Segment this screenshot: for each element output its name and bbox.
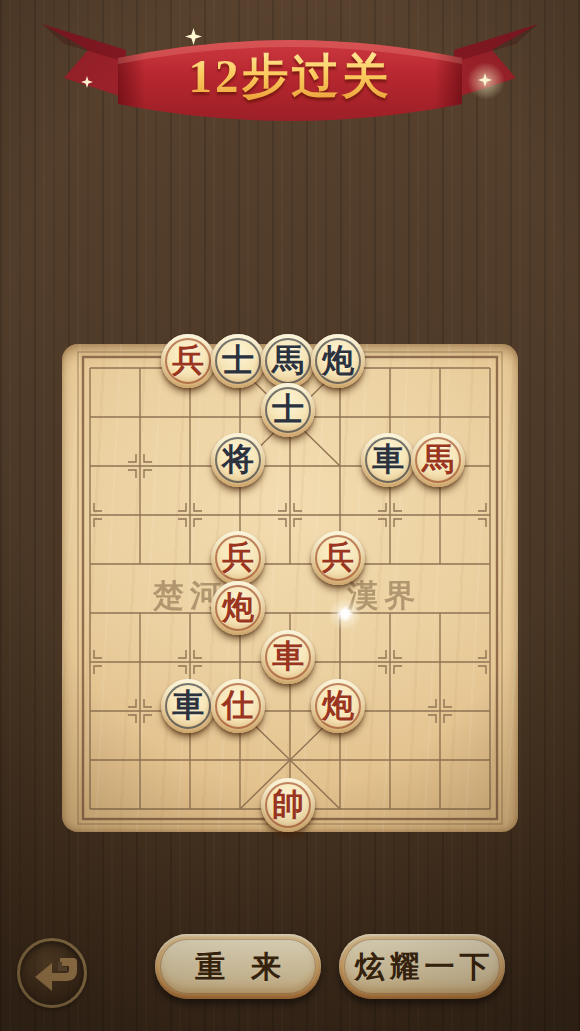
point-marker [144, 715, 152, 723]
point-marker [428, 699, 436, 707]
point-marker [94, 666, 102, 674]
point-marker [394, 503, 402, 511]
piece-red-cannon[interactable]: 炮 [211, 581, 265, 635]
piece-red-soldier[interactable]: 兵 [311, 531, 365, 585]
piece-glyph: 車 [372, 443, 404, 475]
point-marker [128, 454, 136, 462]
piece-glyph: 兵 [222, 541, 254, 573]
piece-black-advisor[interactable]: 士 [211, 334, 265, 388]
piece-glyph: 馬 [422, 443, 454, 475]
point-marker [294, 519, 302, 527]
back-arrow-icon [29, 950, 81, 1002]
piece-glyph: 仕 [222, 689, 254, 721]
point-marker [144, 454, 152, 462]
point-marker [94, 650, 102, 658]
river-label-right: 漢界 [346, 578, 421, 613]
piece-red-cannon[interactable]: 炮 [311, 679, 365, 733]
point-marker [278, 503, 286, 511]
point-marker [128, 470, 136, 478]
piece-glyph: 車 [272, 640, 304, 672]
point-marker [478, 503, 486, 511]
point-marker [178, 503, 186, 511]
point-marker [144, 699, 152, 707]
point-marker [194, 666, 202, 674]
point-marker [178, 666, 186, 674]
piece-red-general[interactable]: 帥 [261, 778, 315, 832]
piece-glyph: 士 [272, 393, 304, 425]
point-marker [94, 519, 102, 527]
piece-glyph: 炮 [222, 591, 254, 623]
point-marker [178, 519, 186, 527]
point-marker [378, 503, 386, 511]
piece-glyph: 炮 [322, 344, 354, 376]
point-marker [178, 650, 186, 658]
piece-red-advisor[interactable]: 仕 [211, 679, 265, 733]
piece-glyph: 馬 [272, 344, 304, 376]
piece-black-chariot[interactable]: 車 [161, 679, 215, 733]
piece-red-soldier[interactable]: 兵 [211, 531, 265, 585]
piece-black-chariot[interactable]: 車 [361, 433, 415, 487]
piece-black-advisor[interactable]: 士 [261, 383, 315, 437]
point-marker [94, 503, 102, 511]
piece-black-horse[interactable]: 馬 [261, 334, 315, 388]
point-marker [478, 666, 486, 674]
piece-glyph: 将 [222, 443, 254, 475]
xiangqi-board[interactable]: 楚河 漢界 兵士馬炮士将車馬兵兵炮車車仕炮帥 [62, 344, 518, 832]
back-button[interactable] [17, 938, 87, 1008]
point-marker [394, 650, 402, 658]
point-marker [194, 650, 202, 658]
point-marker [144, 470, 152, 478]
point-marker [428, 715, 436, 723]
piece-glyph: 車 [172, 689, 204, 721]
point-marker [444, 699, 452, 707]
show-off-button[interactable]: 炫耀一下 [339, 934, 505, 999]
piece-glyph: 士 [222, 344, 254, 376]
point-marker [478, 650, 486, 658]
piece-glyph: 兵 [172, 344, 204, 376]
piece-black-general[interactable]: 将 [211, 433, 265, 487]
point-marker [194, 519, 202, 527]
point-marker [128, 699, 136, 707]
point-marker [294, 503, 302, 511]
point-marker [128, 715, 136, 723]
piece-glyph: 炮 [322, 689, 354, 721]
point-marker [394, 519, 402, 527]
point-marker [378, 666, 386, 674]
point-marker [478, 519, 486, 527]
piece-glyph: 兵 [322, 541, 354, 573]
point-marker [394, 666, 402, 674]
show-off-button-label: 炫耀一下 [339, 938, 505, 996]
restart-button-label: 重来 [155, 938, 321, 996]
restart-button[interactable]: 重来 [155, 934, 321, 999]
point-marker [444, 715, 452, 723]
point-marker [278, 519, 286, 527]
piece-glyph: 帥 [272, 788, 304, 820]
piece-red-horse[interactable]: 馬 [411, 433, 465, 487]
point-marker [378, 519, 386, 527]
game-screen: 12步过关 楚河 漢界 兵士馬炮士将車馬兵兵炮車車仕炮帥 重来 炫耀一下 [0, 0, 580, 1031]
point-marker [378, 650, 386, 658]
piece-red-chariot[interactable]: 車 [261, 630, 315, 684]
piece-black-cannon[interactable]: 炮 [311, 334, 365, 388]
level-banner: 12步过关 [0, 0, 580, 150]
point-marker [194, 503, 202, 511]
piece-red-soldier[interactable]: 兵 [161, 334, 215, 388]
